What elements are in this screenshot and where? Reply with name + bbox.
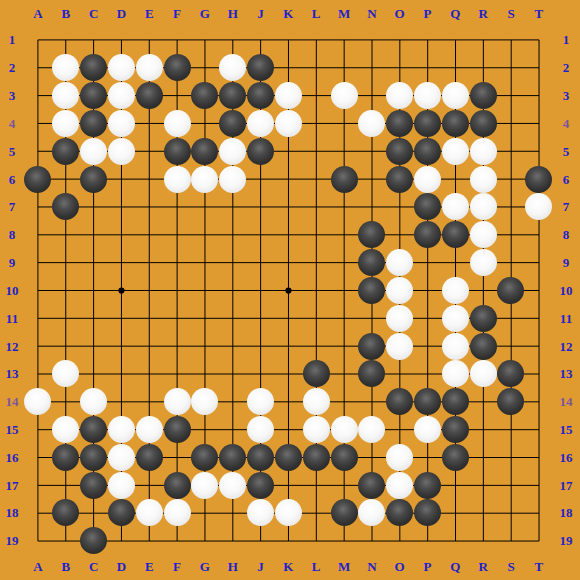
intersection-L3[interactable] (302, 82, 330, 110)
row-label-2[interactable]: 2 (552, 54, 580, 82)
intersection-K11[interactable] (274, 304, 302, 332)
intersection-F7[interactable] (163, 193, 191, 221)
intersection-J2[interactable] (247, 54, 275, 82)
intersection-D6[interactable] (107, 165, 135, 193)
row-label-17[interactable]: 17 (552, 471, 580, 499)
column-label-S[interactable]: S (497, 552, 525, 580)
intersection-T8[interactable] (525, 221, 553, 249)
row-label-7[interactable]: 7 (552, 193, 580, 221)
column-label-F[interactable]: F (163, 0, 191, 27)
row-label-8[interactable]: 8 (0, 221, 24, 249)
intersection-E17[interactable] (135, 471, 163, 499)
intersection-C11[interactable] (80, 304, 108, 332)
intersection-T2[interactable] (525, 54, 553, 82)
intersection-M1[interactable] (330, 26, 358, 54)
column-label-Q[interactable]: Q (441, 552, 469, 580)
row-label-18[interactable]: 18 (0, 499, 24, 527)
intersection-K3[interactable] (274, 82, 302, 110)
intersection-T16[interactable] (525, 443, 553, 471)
intersection-A17[interactable] (24, 471, 52, 499)
intersection-K16[interactable] (274, 443, 302, 471)
row-label-8[interactable]: 8 (552, 221, 580, 249)
intersection-J8[interactable] (247, 221, 275, 249)
intersection-J1[interactable] (247, 26, 275, 54)
intersection-E6[interactable] (135, 165, 163, 193)
intersection-A15[interactable] (24, 416, 52, 444)
intersection-L1[interactable] (302, 26, 330, 54)
intersection-J4[interactable] (247, 109, 275, 137)
intersection-C19[interactable] (80, 527, 108, 555)
intersection-D11[interactable] (107, 304, 135, 332)
intersection-C9[interactable] (80, 249, 108, 277)
intersection-A5[interactable] (24, 137, 52, 165)
intersection-R9[interactable] (469, 249, 497, 277)
intersection-F9[interactable] (163, 249, 191, 277)
intersection-S8[interactable] (497, 221, 525, 249)
row-label-10[interactable]: 10 (552, 276, 580, 304)
column-label-M[interactable]: M (330, 552, 358, 580)
column-label-E[interactable]: E (135, 0, 163, 27)
column-label-H[interactable]: H (219, 0, 247, 27)
intersection-F5[interactable] (163, 137, 191, 165)
row-label-3[interactable]: 3 (0, 82, 24, 110)
intersection-H2[interactable] (219, 54, 247, 82)
intersection-H18[interactable] (219, 499, 247, 527)
intersection-G7[interactable] (191, 193, 219, 221)
intersection-C12[interactable] (80, 332, 108, 360)
intersection-O15[interactable] (386, 416, 414, 444)
column-label-N[interactable]: N (358, 552, 386, 580)
intersection-O7[interactable] (386, 193, 414, 221)
row-label-2[interactable]: 2 (0, 54, 24, 82)
intersection-T3[interactable] (525, 82, 553, 110)
column-label-B[interactable]: B (52, 0, 80, 27)
intersection-M11[interactable] (330, 304, 358, 332)
intersection-K1[interactable] (274, 26, 302, 54)
intersection-E1[interactable] (135, 26, 163, 54)
intersection-O12[interactable] (386, 332, 414, 360)
intersection-E5[interactable] (135, 137, 163, 165)
intersection-A4[interactable] (24, 109, 52, 137)
row-label-17[interactable]: 17 (0, 471, 24, 499)
intersection-G16[interactable] (191, 443, 219, 471)
intersection-H7[interactable] (219, 193, 247, 221)
intersection-B3[interactable] (52, 82, 80, 110)
intersection-B18[interactable] (52, 499, 80, 527)
intersection-N4[interactable] (358, 109, 386, 137)
column-label-Q[interactable]: Q (441, 0, 469, 27)
intersection-Q14[interactable] (441, 388, 469, 416)
intersection-F3[interactable] (163, 82, 191, 110)
intersection-O8[interactable] (386, 221, 414, 249)
intersection-Q3[interactable] (441, 82, 469, 110)
intersection-G5[interactable] (191, 137, 219, 165)
intersection-C18[interactable] (80, 499, 108, 527)
intersection-B14[interactable] (52, 388, 80, 416)
intersection-M3[interactable] (330, 82, 358, 110)
intersection-T1[interactable] (525, 26, 553, 54)
intersection-K19[interactable] (274, 527, 302, 555)
row-label-16[interactable]: 16 (0, 443, 24, 471)
intersection-T4[interactable] (525, 109, 553, 137)
intersection-F16[interactable] (163, 443, 191, 471)
intersection-K8[interactable] (274, 221, 302, 249)
column-label-D[interactable]: D (107, 552, 135, 580)
intersection-P4[interactable] (414, 109, 442, 137)
intersection-S6[interactable] (497, 165, 525, 193)
intersection-G13[interactable] (191, 360, 219, 388)
intersection-A13[interactable] (24, 360, 52, 388)
intersection-R7[interactable] (469, 193, 497, 221)
intersection-E2[interactable] (135, 54, 163, 82)
row-label-7[interactable]: 7 (0, 193, 24, 221)
row-label-6[interactable]: 6 (0, 165, 24, 193)
row-label-16[interactable]: 16 (552, 443, 580, 471)
intersection-N6[interactable] (358, 165, 386, 193)
intersection-C3[interactable] (80, 82, 108, 110)
intersection-F13[interactable] (163, 360, 191, 388)
row-label-11[interactable]: 11 (552, 304, 580, 332)
intersection-M7[interactable] (330, 193, 358, 221)
intersection-J10[interactable] (247, 276, 275, 304)
intersection-D8[interactable] (107, 221, 135, 249)
intersection-Q1[interactable] (441, 26, 469, 54)
intersection-H6[interactable] (219, 165, 247, 193)
intersection-O6[interactable] (386, 165, 414, 193)
intersection-Q8[interactable] (441, 221, 469, 249)
intersection-P6[interactable] (414, 165, 442, 193)
row-label-9[interactable]: 9 (552, 249, 580, 277)
intersection-R1[interactable] (469, 26, 497, 54)
intersection-L17[interactable] (302, 471, 330, 499)
intersection-Q18[interactable] (441, 499, 469, 527)
intersection-M9[interactable] (330, 249, 358, 277)
intersection-L18[interactable] (302, 499, 330, 527)
intersection-K13[interactable] (274, 360, 302, 388)
row-label-13[interactable]: 13 (0, 360, 24, 388)
column-label-K[interactable]: K (274, 552, 302, 580)
column-label-C[interactable]: C (80, 0, 108, 27)
intersection-G15[interactable] (191, 416, 219, 444)
intersection-T19[interactable] (525, 527, 553, 555)
intersection-J11[interactable] (247, 304, 275, 332)
intersection-R5[interactable] (469, 137, 497, 165)
intersection-N7[interactable] (358, 193, 386, 221)
intersection-P9[interactable] (414, 249, 442, 277)
column-label-T[interactable]: T (525, 552, 553, 580)
intersection-A9[interactable] (24, 249, 52, 277)
intersection-N3[interactable] (358, 82, 386, 110)
intersection-O17[interactable] (386, 471, 414, 499)
intersection-Q12[interactable] (441, 332, 469, 360)
intersection-D16[interactable] (107, 443, 135, 471)
intersection-G9[interactable] (191, 249, 219, 277)
column-label-O[interactable]: O (386, 552, 414, 580)
intersection-H11[interactable] (219, 304, 247, 332)
intersection-S18[interactable] (497, 499, 525, 527)
row-label-12[interactable]: 12 (552, 332, 580, 360)
intersection-S7[interactable] (497, 193, 525, 221)
intersection-T5[interactable] (525, 137, 553, 165)
intersection-S11[interactable] (497, 304, 525, 332)
intersection-E11[interactable] (135, 304, 163, 332)
intersection-D15[interactable] (107, 416, 135, 444)
column-label-H[interactable]: H (219, 552, 247, 580)
intersection-A8[interactable] (24, 221, 52, 249)
column-label-N[interactable]: N (358, 0, 386, 27)
intersection-C17[interactable] (80, 471, 108, 499)
row-label-11[interactable]: 11 (0, 304, 24, 332)
intersection-N9[interactable] (358, 249, 386, 277)
intersection-N2[interactable] (358, 54, 386, 82)
intersection-G19[interactable] (191, 527, 219, 555)
intersection-N14[interactable] (358, 388, 386, 416)
intersection-T14[interactable] (525, 388, 553, 416)
intersection-K17[interactable] (274, 471, 302, 499)
row-label-14[interactable]: 14 (0, 388, 24, 416)
intersection-L9[interactable] (302, 249, 330, 277)
intersection-P16[interactable] (414, 443, 442, 471)
intersection-S3[interactable] (497, 82, 525, 110)
intersection-N16[interactable] (358, 443, 386, 471)
intersection-C14[interactable] (80, 388, 108, 416)
intersection-N19[interactable] (358, 527, 386, 555)
intersection-O16[interactable] (386, 443, 414, 471)
intersection-H8[interactable] (219, 221, 247, 249)
intersection-F14[interactable] (163, 388, 191, 416)
intersection-K2[interactable] (274, 54, 302, 82)
column-label-A[interactable]: A (24, 0, 52, 27)
intersection-C8[interactable] (80, 221, 108, 249)
intersection-L5[interactable] (302, 137, 330, 165)
intersection-K6[interactable] (274, 165, 302, 193)
intersection-R16[interactable] (469, 443, 497, 471)
intersection-F6[interactable] (163, 165, 191, 193)
intersection-L16[interactable] (302, 443, 330, 471)
intersection-O10[interactable] (386, 276, 414, 304)
intersection-E13[interactable] (135, 360, 163, 388)
row-label-13[interactable]: 13 (552, 360, 580, 388)
intersection-C4[interactable] (80, 109, 108, 137)
intersection-H19[interactable] (219, 527, 247, 555)
intersection-M15[interactable] (330, 416, 358, 444)
intersection-J18[interactable] (247, 499, 275, 527)
intersection-H14[interactable] (219, 388, 247, 416)
column-label-G[interactable]: G (191, 552, 219, 580)
intersection-J6[interactable] (247, 165, 275, 193)
intersection-B16[interactable] (52, 443, 80, 471)
intersection-T17[interactable] (525, 471, 553, 499)
intersection-P17[interactable] (414, 471, 442, 499)
intersection-E7[interactable] (135, 193, 163, 221)
intersection-K18[interactable] (274, 499, 302, 527)
intersection-R11[interactable] (469, 304, 497, 332)
column-label-G[interactable]: G (191, 0, 219, 27)
intersection-E16[interactable] (135, 443, 163, 471)
intersection-F1[interactable] (163, 26, 191, 54)
row-label-9[interactable]: 9 (0, 249, 24, 277)
intersection-T6[interactable] (525, 165, 553, 193)
intersection-B4[interactable] (52, 109, 80, 137)
intersection-D4[interactable] (107, 109, 135, 137)
intersection-F2[interactable] (163, 54, 191, 82)
intersection-L14[interactable] (302, 388, 330, 416)
intersection-C7[interactable] (80, 193, 108, 221)
intersection-A19[interactable] (24, 527, 52, 555)
row-label-19[interactable]: 19 (0, 527, 24, 555)
intersection-H12[interactable] (219, 332, 247, 360)
intersection-C13[interactable] (80, 360, 108, 388)
intersection-A3[interactable] (24, 82, 52, 110)
intersection-Q9[interactable] (441, 249, 469, 277)
intersection-C10[interactable] (80, 276, 108, 304)
intersection-B12[interactable] (52, 332, 80, 360)
intersection-Q5[interactable] (441, 137, 469, 165)
intersection-B5[interactable] (52, 137, 80, 165)
intersection-B13[interactable] (52, 360, 80, 388)
intersection-P11[interactable] (414, 304, 442, 332)
intersection-N5[interactable] (358, 137, 386, 165)
row-label-4[interactable]: 4 (552, 109, 580, 137)
intersection-O14[interactable] (386, 388, 414, 416)
intersection-O13[interactable] (386, 360, 414, 388)
intersection-R19[interactable] (469, 527, 497, 555)
intersection-A18[interactable] (24, 499, 52, 527)
intersection-G18[interactable] (191, 499, 219, 527)
intersection-H9[interactable] (219, 249, 247, 277)
intersection-P19[interactable] (414, 527, 442, 555)
intersection-K5[interactable] (274, 137, 302, 165)
intersection-C15[interactable] (80, 416, 108, 444)
row-label-5[interactable]: 5 (552, 137, 580, 165)
intersection-M14[interactable] (330, 388, 358, 416)
intersection-L11[interactable] (302, 304, 330, 332)
intersection-P7[interactable] (414, 193, 442, 221)
intersection-B19[interactable] (52, 527, 80, 555)
intersection-E12[interactable] (135, 332, 163, 360)
intersection-L8[interactable] (302, 221, 330, 249)
intersection-B15[interactable] (52, 416, 80, 444)
intersection-R8[interactable] (469, 221, 497, 249)
column-label-J[interactable]: J (247, 552, 275, 580)
intersection-A11[interactable] (24, 304, 52, 332)
intersection-J14[interactable] (247, 388, 275, 416)
intersection-G4[interactable] (191, 109, 219, 137)
column-label-L[interactable]: L (302, 552, 330, 580)
intersection-Q6[interactable] (441, 165, 469, 193)
intersection-P8[interactable] (414, 221, 442, 249)
intersection-E4[interactable] (135, 109, 163, 137)
row-label-10[interactable]: 10 (0, 276, 24, 304)
intersection-E8[interactable] (135, 221, 163, 249)
intersection-M6[interactable] (330, 165, 358, 193)
intersection-R18[interactable] (469, 499, 497, 527)
intersection-A12[interactable] (24, 332, 52, 360)
intersection-G3[interactable] (191, 82, 219, 110)
intersection-Q4[interactable] (441, 109, 469, 137)
intersection-D18[interactable] (107, 499, 135, 527)
intersection-M2[interactable] (330, 54, 358, 82)
column-label-P[interactable]: P (414, 552, 442, 580)
intersection-G8[interactable] (191, 221, 219, 249)
intersection-C1[interactable] (80, 26, 108, 54)
intersection-M5[interactable] (330, 137, 358, 165)
intersection-D13[interactable] (107, 360, 135, 388)
intersection-G6[interactable] (191, 165, 219, 193)
intersection-H5[interactable] (219, 137, 247, 165)
intersection-L12[interactable] (302, 332, 330, 360)
intersection-L4[interactable] (302, 109, 330, 137)
intersection-S14[interactable] (497, 388, 525, 416)
intersection-F4[interactable] (163, 109, 191, 137)
intersection-T9[interactable] (525, 249, 553, 277)
row-label-15[interactable]: 15 (0, 416, 24, 444)
intersection-L7[interactable] (302, 193, 330, 221)
intersection-N15[interactable] (358, 416, 386, 444)
intersection-T11[interactable] (525, 304, 553, 332)
intersection-S2[interactable] (497, 54, 525, 82)
intersection-H4[interactable] (219, 109, 247, 137)
intersection-O5[interactable] (386, 137, 414, 165)
intersection-B2[interactable] (52, 54, 80, 82)
intersection-F8[interactable] (163, 221, 191, 249)
row-label-5[interactable]: 5 (0, 137, 24, 165)
intersection-S4[interactable] (497, 109, 525, 137)
intersection-O3[interactable] (386, 82, 414, 110)
intersection-R6[interactable] (469, 165, 497, 193)
intersection-O9[interactable] (386, 249, 414, 277)
intersection-D17[interactable] (107, 471, 135, 499)
intersection-E18[interactable] (135, 499, 163, 527)
intersection-A7[interactable] (24, 193, 52, 221)
row-label-15[interactable]: 15 (552, 416, 580, 444)
intersection-S19[interactable] (497, 527, 525, 555)
intersection-L6[interactable] (302, 165, 330, 193)
intersection-Q16[interactable] (441, 443, 469, 471)
intersection-B10[interactable] (52, 276, 80, 304)
intersection-C16[interactable] (80, 443, 108, 471)
intersection-S1[interactable] (497, 26, 525, 54)
intersection-Q17[interactable] (441, 471, 469, 499)
intersection-A16[interactable] (24, 443, 52, 471)
intersection-A14[interactable] (24, 388, 52, 416)
intersection-P2[interactable] (414, 54, 442, 82)
intersection-S9[interactable] (497, 249, 525, 277)
intersection-O11[interactable] (386, 304, 414, 332)
column-label-J[interactable]: J (247, 0, 275, 27)
intersection-M19[interactable] (330, 527, 358, 555)
intersection-B9[interactable] (52, 249, 80, 277)
intersection-Q13[interactable] (441, 360, 469, 388)
intersection-B8[interactable] (52, 221, 80, 249)
intersection-H16[interactable] (219, 443, 247, 471)
intersection-F15[interactable] (163, 416, 191, 444)
go-board[interactable] (24, 26, 553, 555)
intersection-Q19[interactable] (441, 527, 469, 555)
row-label-12[interactable]: 12 (0, 332, 24, 360)
intersection-L2[interactable] (302, 54, 330, 82)
intersection-S10[interactable] (497, 276, 525, 304)
intersection-E10[interactable] (135, 276, 163, 304)
intersection-R3[interactable] (469, 82, 497, 110)
column-label-R[interactable]: R (469, 0, 497, 27)
intersection-F10[interactable] (163, 276, 191, 304)
intersection-S13[interactable] (497, 360, 525, 388)
column-label-K[interactable]: K (274, 0, 302, 27)
column-label-B[interactable]: B (52, 552, 80, 580)
row-label-4[interactable]: 4 (0, 109, 24, 137)
intersection-S15[interactable] (497, 416, 525, 444)
